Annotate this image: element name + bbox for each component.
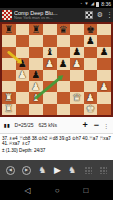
add-line-button[interactable]: +	[82, 120, 87, 130]
knight-left-button[interactable]: ♞	[39, 165, 47, 175]
battery-icon	[96, 2, 99, 7]
square-d8[interactable]	[43, 24, 57, 35]
square-c4[interactable]: ♟	[29, 70, 43, 81]
piece-black-rook: ♜	[4, 25, 13, 35]
status-bar: ◔ ▼ ◢ 8:36	[0, 0, 113, 8]
square-e7[interactable]	[57, 35, 71, 46]
engine-depth: D=25/25	[15, 122, 34, 128]
square-d6[interactable]: ♝	[43, 47, 57, 58]
piece-white-pawn: ♟	[72, 59, 81, 69]
square-g8[interactable]: ♚	[84, 24, 98, 35]
piece-black-queen: ♛	[59, 25, 68, 35]
square-g6[interactable]	[84, 47, 98, 58]
piece-black-king: ♚	[86, 25, 95, 35]
piece-white-pawn: ♟	[100, 82, 109, 92]
square-a7[interactable]	[2, 35, 16, 46]
piece-white-king: ♚	[86, 104, 95, 114]
square-d4[interactable]	[43, 70, 57, 81]
square-f6[interactable]: ♟	[70, 47, 84, 58]
piece-white-rook: ♜	[4, 93, 13, 103]
square-e8[interactable]: ♛	[57, 24, 71, 35]
piece-white-queen: ♛	[72, 93, 81, 103]
square-h6[interactable]: ♟	[97, 47, 111, 58]
pause-button[interactable]: ▮▮	[4, 122, 11, 128]
status-time: 8:36	[101, 0, 111, 8]
piece-white-bishop: ♝	[32, 93, 41, 103]
square-f8[interactable]	[70, 24, 84, 35]
square-c3[interactable]: ♟	[29, 81, 43, 92]
board-frame: ♜♜♛♚♟♝♟♟♟♟♟♟♟♟♟♟♜♝♛♟♜♚	[0, 22, 113, 117]
engine-control-bar: ▮▮ D=25/25 625 kNs + − ⋮	[0, 117, 113, 134]
square-e2[interactable]	[57, 92, 71, 103]
square-a3[interactable]	[2, 81, 16, 92]
remove-line-button[interactable]: −	[94, 120, 99, 130]
prev-move-button[interactable]: ◀	[6, 166, 15, 175]
square-f1[interactable]	[70, 104, 84, 115]
square-a1[interactable]: ♜	[2, 104, 16, 115]
square-e4[interactable]	[57, 70, 71, 81]
page-subtitle: New York man vs m...	[14, 16, 83, 21]
square-a5[interactable]	[2, 58, 16, 69]
chessboard-icon	[85, 11, 93, 19]
overflow-icon: ⋮	[106, 11, 111, 19]
piece-black-rook: ♜	[32, 25, 41, 35]
engine-speed: 625 kNs	[39, 122, 57, 128]
piece-black-pawn: ♟	[72, 47, 81, 57]
square-b2[interactable]	[16, 92, 30, 103]
square-d7[interactable]	[43, 35, 57, 46]
square-e6[interactable]	[57, 47, 71, 58]
piece-black-pawn: ♟	[86, 36, 95, 46]
engine-output: 37.♗e4 ♖cb8 38.♔h2 ♕d8 39.g3 ♔h7 40.♖a7 …	[0, 134, 113, 160]
square-h5[interactable]	[97, 58, 111, 69]
app-logo	[2, 10, 12, 20]
gear-icon: ⚙	[97, 11, 103, 19]
square-h2[interactable]	[97, 92, 111, 103]
square-c8[interactable]: ♜	[29, 24, 43, 35]
square-f4[interactable]	[70, 70, 84, 81]
evaluation-line: ± (1.30) Depth: 24/37	[2, 148, 111, 153]
square-b8[interactable]	[16, 24, 30, 35]
square-b3[interactable]	[16, 81, 30, 92]
square-g1[interactable]: ♚	[84, 104, 98, 115]
piece-black-pawn: ♟	[59, 59, 68, 69]
square-d5[interactable]: ♟	[43, 58, 57, 69]
piece-black-pawn: ♟	[100, 47, 109, 57]
alarm-icon: ◔	[80, 0, 83, 8]
square-g2[interactable]: ♟	[84, 92, 98, 103]
square-g4[interactable]	[84, 70, 98, 81]
square-d1[interactable]	[43, 104, 57, 115]
square-h7[interactable]	[97, 35, 111, 46]
nav-back-button[interactable]: ◁	[25, 186, 31, 195]
square-h4[interactable]	[97, 70, 111, 81]
engine-settings-button[interactable]: ⚙	[97, 11, 104, 19]
square-d3[interactable]	[43, 81, 57, 92]
board-view-button[interactable]	[85, 11, 95, 19]
square-f5[interactable]: ♟	[70, 58, 84, 69]
knight-right-button[interactable]: ♞	[68, 165, 76, 175]
next-move-icon: ▶	[25, 168, 28, 172]
square-b1[interactable]	[16, 104, 30, 115]
square-b6[interactable]	[16, 47, 30, 58]
square-c5[interactable]	[29, 58, 43, 69]
engine-menu-button[interactable]: ⋮	[103, 122, 109, 129]
square-c6[interactable]	[29, 47, 43, 58]
square-g7[interactable]: ♟	[84, 35, 98, 46]
principal-variation[interactable]: 37.♗e4 ♖cb8 38.♔h2 ♕d8 39.g3 ♔h7 40.♖a7 …	[2, 136, 111, 147]
android-nav-bar: ◁ ○ □	[0, 180, 113, 200]
square-a8[interactable]: ♜	[2, 24, 16, 35]
square-g5[interactable]	[84, 58, 98, 69]
piece-black-pawn: ♟	[32, 70, 41, 80]
square-f2[interactable]: ♛	[70, 92, 84, 103]
square-h8[interactable]	[97, 24, 111, 35]
app-bar-titles: Comp Deep Blu... New York man vs m...	[14, 10, 83, 21]
piece-white-pawn: ♟	[18, 70, 27, 80]
app-bar: Comp Deep Blu... New York man vs m... ⚙ …	[0, 8, 113, 22]
square-a6[interactable]	[2, 47, 16, 58]
piece-black-bishop: ♝	[45, 47, 54, 57]
square-f7[interactable]	[70, 35, 84, 46]
square-e3[interactable]	[57, 81, 71, 92]
board[interactable]: ♜♜♛♚♟♝♟♟♟♟♟♟♟♟♟♟♜♝♛♟♜♚	[2, 24, 111, 115]
signal-icon: ◢	[91, 0, 94, 8]
square-f3[interactable]	[70, 81, 84, 92]
grid-right-button[interactable]	[99, 166, 107, 174]
wifi-icon: ▼	[84, 0, 88, 8]
square-h1[interactable]	[97, 104, 111, 115]
next-move-button[interactable]: ▶	[22, 166, 31, 175]
play-button[interactable]: ▶	[54, 165, 61, 175]
grid-left-button[interactable]	[84, 166, 92, 174]
toolbar: ◀ ▶ ♞ ▶ ♞	[0, 160, 113, 180]
square-b4[interactable]: ♟	[16, 70, 30, 81]
square-c1[interactable]	[29, 104, 43, 115]
square-e1[interactable]	[57, 104, 71, 115]
nav-home-button[interactable]: ○	[55, 186, 60, 195]
square-h3[interactable]: ♟	[97, 81, 111, 92]
square-c2[interactable]: ♝	[29, 92, 43, 103]
square-b5[interactable]: ♟	[16, 58, 30, 69]
square-b7[interactable]	[16, 35, 30, 46]
piece-white-pawn: ♟	[32, 82, 41, 92]
overflow-menu-button[interactable]: ⋮	[106, 11, 111, 19]
square-c7[interactable]	[29, 35, 43, 46]
square-g3[interactable]	[84, 81, 98, 92]
square-e5[interactable]: ♟	[57, 58, 71, 69]
piece-white-pawn: ♟	[45, 59, 54, 69]
piece-black-pawn: ♟	[18, 59, 27, 69]
piece-white-rook: ♜	[4, 104, 13, 114]
piece-white-pawn: ♟	[86, 93, 95, 103]
square-a4[interactable]	[2, 70, 16, 81]
square-a2[interactable]: ♜	[2, 92, 16, 103]
prev-move-icon: ◀	[9, 168, 12, 172]
nav-recents-button[interactable]: □	[84, 186, 89, 195]
square-d2[interactable]	[43, 92, 57, 103]
